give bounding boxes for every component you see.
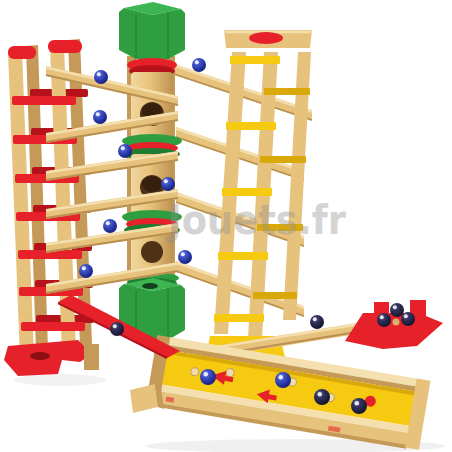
marble: [110, 322, 124, 336]
marble: [390, 303, 404, 317]
hex-hole: [142, 283, 158, 289]
tunnel-hole: [142, 176, 162, 192]
marble: [377, 313, 391, 327]
red-top-disc: [249, 32, 283, 44]
wood-peg: [393, 319, 400, 326]
marble: [314, 389, 330, 405]
marble: [310, 315, 324, 329]
marble: [94, 70, 108, 84]
marble: [275, 372, 291, 388]
marble: [161, 177, 175, 191]
support-block: [84, 344, 99, 370]
tray-foot: [130, 384, 164, 413]
marble: [192, 58, 206, 72]
marble: [103, 219, 117, 233]
marble: [178, 250, 192, 264]
red-top-cap: [48, 40, 82, 53]
left-tower-base: [4, 340, 92, 376]
marble: [118, 144, 132, 158]
marble: [79, 264, 93, 278]
marble-run-photo: Jouets.fr: [0, 0, 452, 452]
marble: [351, 398, 367, 414]
watermark-text: Jouets.fr: [165, 196, 346, 244]
marble-run-illustration: Jouets.fr: [0, 0, 452, 452]
marble: [401, 312, 415, 326]
tunnel-column: [119, 2, 185, 340]
red-top-cap: [8, 46, 36, 59]
marble: [200, 369, 216, 385]
collection-tray: [146, 335, 431, 451]
floor-shadow: [14, 374, 106, 386]
tunnel-hole: [141, 241, 163, 263]
green-end-cap-top: [119, 2, 185, 59]
marble: [93, 110, 107, 124]
